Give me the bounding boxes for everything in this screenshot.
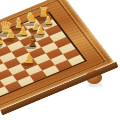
piece-gold-pawn[interactable]: ♟ — [22, 53, 36, 65]
piece-gold-pawn[interactable]: ♟ — [4, 30, 17, 41]
piece-gold-pawn[interactable]: ♟ — [0, 35, 5, 46]
photo-scene: ♜♞♟♝♟♛♟♟♚♟♟♝♟ — [0, 0, 120, 120]
piece-copper-bishop[interactable]: ♝ — [24, 34, 41, 49]
